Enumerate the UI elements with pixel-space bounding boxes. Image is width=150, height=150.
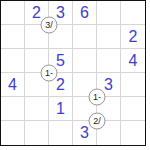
given-number: 4 [129,53,138,69]
cell-r2c6[interactable]: 2 [121,25,145,49]
cell-r5c3[interactable]: 1 [49,97,73,121]
cell-r3c6[interactable]: 4 [121,49,145,73]
cell-r1c6[interactable] [121,1,145,25]
clue-label: 2/ [93,117,101,126]
given-number: 3 [104,77,113,93]
clue-label: 3/ [45,21,53,30]
given-number: 2 [56,77,65,93]
cell-r2c5[interactable] [97,25,121,49]
cell-r6c3[interactable] [49,121,73,145]
given-number: 2 [129,29,138,45]
clue-label: 1- [93,93,101,102]
clue-label: 1- [45,69,53,78]
cell-r1c4[interactable]: 6 [73,1,97,25]
puzzle-board: 236254423133/1-1-2/ [0,0,146,146]
cell-r6c6[interactable] [121,121,145,145]
cell-r5c6[interactable] [121,97,145,121]
cell-r6c1[interactable] [1,121,25,145]
cell-r6c2[interactable] [25,121,49,145]
cell-r1c1[interactable] [1,1,25,25]
cell-r2c1[interactable] [1,25,25,49]
cell-r1c5[interactable] [97,1,121,25]
mathrax-puzzle: 236254423133/1-1-2/ [0,0,150,150]
cell-r4c1[interactable]: 4 [1,73,25,97]
given-number: 5 [56,53,65,69]
given-number: 2 [32,5,41,21]
given-number: 3 [80,125,89,141]
given-number: 4 [8,77,17,93]
cell-r3c5[interactable] [97,49,121,73]
cell-r3c1[interactable] [1,49,25,73]
given-number: 3 [56,5,65,21]
mathrax-clue-circle: 1- [89,89,106,106]
mathrax-clue-circle: 3/ [41,17,58,34]
cell-r5c2[interactable] [25,97,49,121]
cell-r4c6[interactable] [121,73,145,97]
given-number: 1 [56,101,65,117]
cell-r5c1[interactable] [1,97,25,121]
mathrax-clue-circle: 1- [41,65,58,82]
mathrax-clue-circle: 2/ [89,113,106,130]
given-number: 6 [80,5,89,21]
cell-r3c4[interactable] [73,49,97,73]
cell-r2c4[interactable] [73,25,97,49]
